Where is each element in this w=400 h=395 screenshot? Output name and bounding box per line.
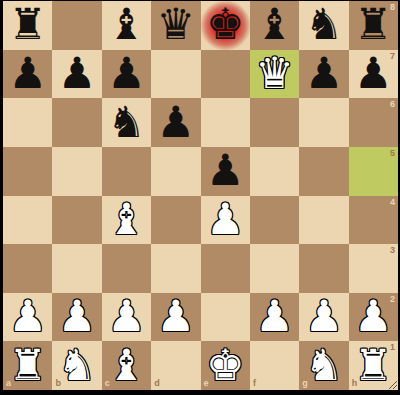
square-b1[interactable]: ♞b xyxy=(52,341,101,390)
piece-black-bishop[interactable]: ♝ xyxy=(107,1,146,48)
piece-white-bishop[interactable]: ♝ xyxy=(107,196,146,243)
square-a1[interactable]: ♜a xyxy=(3,341,52,390)
square-a8[interactable]: ♜ xyxy=(3,1,52,50)
piece-white-queen[interactable]: ♛ xyxy=(255,50,294,97)
rank-label-7: 7 xyxy=(390,52,395,61)
square-h6[interactable]: 6 xyxy=(349,98,398,147)
file-label-d: d xyxy=(154,379,160,388)
square-c2[interactable]: ♟ xyxy=(102,293,151,342)
piece-white-knight[interactable]: ♞ xyxy=(305,341,344,388)
square-d8[interactable]: ♛ xyxy=(151,1,200,50)
square-f1[interactable]: f xyxy=(250,341,299,390)
square-b4[interactable] xyxy=(52,196,101,245)
square-b3[interactable] xyxy=(52,244,101,293)
square-h1[interactable]: ♜1h xyxy=(349,341,398,390)
square-c6[interactable]: ♞ xyxy=(102,98,151,147)
square-a3[interactable] xyxy=(3,244,52,293)
square-d7[interactable] xyxy=(151,50,200,99)
file-label-c: c xyxy=(105,379,110,388)
square-b6[interactable] xyxy=(52,98,101,147)
square-c1[interactable]: ♝c xyxy=(102,341,151,390)
square-a2[interactable]: ♟ xyxy=(3,293,52,342)
piece-white-bishop[interactable]: ♝ xyxy=(107,341,146,388)
square-g8[interactable]: ♞ xyxy=(299,1,348,50)
square-b2[interactable]: ♟ xyxy=(52,293,101,342)
square-g7[interactable]: ♟ xyxy=(299,50,348,99)
square-e4[interactable]: ♟ xyxy=(201,196,250,245)
piece-black-queen[interactable]: ♛ xyxy=(157,1,196,48)
square-d3[interactable] xyxy=(151,244,200,293)
square-c3[interactable] xyxy=(102,244,151,293)
square-g6[interactable] xyxy=(299,98,348,147)
piece-black-pawn[interactable]: ♟ xyxy=(354,50,393,97)
piece-white-pawn[interactable]: ♟ xyxy=(157,293,196,340)
square-a4[interactable] xyxy=(3,196,52,245)
square-b5[interactable] xyxy=(52,147,101,196)
piece-white-pawn[interactable]: ♟ xyxy=(255,293,294,340)
square-f4[interactable] xyxy=(250,196,299,245)
square-c8[interactable]: ♝ xyxy=(102,1,151,50)
square-h2[interactable]: ♟2 xyxy=(349,293,398,342)
square-g1[interactable]: ♞g xyxy=(299,341,348,390)
rank-label-2: 2 xyxy=(390,295,395,304)
square-h8[interactable]: ♜8 xyxy=(349,1,398,50)
file-label-h: h xyxy=(352,379,358,388)
square-h3[interactable]: 3 xyxy=(349,244,398,293)
square-g3[interactable] xyxy=(299,244,348,293)
square-f7[interactable]: ♛ xyxy=(250,50,299,99)
square-d6[interactable]: ♟ xyxy=(151,98,200,147)
square-c4[interactable]: ♝ xyxy=(102,196,151,245)
piece-white-rook[interactable]: ♜ xyxy=(8,341,47,388)
piece-black-pawn[interactable]: ♟ xyxy=(305,50,344,97)
piece-black-pawn[interactable]: ♟ xyxy=(157,98,196,145)
piece-black-pawn[interactable]: ♟ xyxy=(107,50,146,97)
square-a5[interactable] xyxy=(3,147,52,196)
square-e8[interactable]: ♚ xyxy=(201,1,250,50)
square-e5[interactable]: ♟ xyxy=(201,147,250,196)
square-e6[interactable] xyxy=(201,98,250,147)
piece-black-rook[interactable]: ♜ xyxy=(8,1,47,48)
rank-label-4: 4 xyxy=(390,198,395,207)
piece-white-knight[interactable]: ♞ xyxy=(58,341,97,388)
piece-white-pawn[interactable]: ♟ xyxy=(8,293,47,340)
square-f5[interactable] xyxy=(250,147,299,196)
rank-label-8: 8 xyxy=(390,3,395,12)
square-d5[interactable] xyxy=(151,147,200,196)
square-c5[interactable] xyxy=(102,147,151,196)
piece-white-pawn[interactable]: ♟ xyxy=(58,293,97,340)
square-f8[interactable]: ♝ xyxy=(250,1,299,50)
rank-label-1: 1 xyxy=(390,343,395,352)
rank-label-5: 5 xyxy=(390,149,395,158)
square-f6[interactable] xyxy=(250,98,299,147)
piece-white-king[interactable]: ♚ xyxy=(206,341,245,388)
piece-black-pawn[interactable]: ♟ xyxy=(58,50,97,97)
square-g4[interactable] xyxy=(299,196,348,245)
square-f3[interactable] xyxy=(250,244,299,293)
square-e2[interactable] xyxy=(201,293,250,342)
square-d1[interactable]: d xyxy=(151,341,200,390)
piece-black-knight[interactable]: ♞ xyxy=(305,1,344,48)
piece-black-bishop[interactable]: ♝ xyxy=(255,1,294,48)
board-frame: ♜♝♛♚♝♞♜8♟♟♟♛♟♟7♞♟6♟5♝♟43♟♟♟♟♟♟♟2♜a♞b♝cd♚… xyxy=(0,0,400,395)
square-h4[interactable]: 4 xyxy=(349,196,398,245)
piece-black-pawn[interactable]: ♟ xyxy=(8,50,47,97)
square-e1[interactable]: ♚e xyxy=(201,341,250,390)
square-h7[interactable]: ♟7 xyxy=(349,50,398,99)
piece-white-pawn[interactable]: ♟ xyxy=(305,293,344,340)
square-d2[interactable]: ♟ xyxy=(151,293,200,342)
square-b7[interactable]: ♟ xyxy=(52,50,101,99)
file-label-a: a xyxy=(6,379,11,388)
square-b8[interactable] xyxy=(52,1,101,50)
piece-black-pawn[interactable]: ♟ xyxy=(206,147,245,194)
square-f2[interactable]: ♟ xyxy=(250,293,299,342)
square-h5[interactable]: 5 xyxy=(349,147,398,196)
rank-label-3: 3 xyxy=(390,246,395,255)
piece-white-pawn[interactable]: ♟ xyxy=(107,293,146,340)
square-a6[interactable] xyxy=(3,98,52,147)
square-e7[interactable] xyxy=(201,50,250,99)
square-d4[interactable] xyxy=(151,196,200,245)
piece-black-rook[interactable]: ♜ xyxy=(354,1,393,48)
piece-white-pawn[interactable]: ♟ xyxy=(206,196,245,243)
piece-white-rook[interactable]: ♜ xyxy=(354,341,393,388)
square-a7[interactable]: ♟ xyxy=(3,50,52,99)
chess-board: ♜♝♛♚♝♞♜8♟♟♟♛♟♟7♞♟6♟5♝♟43♟♟♟♟♟♟♟2♜a♞b♝cd♚… xyxy=(3,1,398,390)
square-g2[interactable]: ♟ xyxy=(299,293,348,342)
piece-black-knight[interactable]: ♞ xyxy=(107,98,146,145)
file-label-e: e xyxy=(204,379,209,388)
file-label-b: b xyxy=(55,379,61,388)
square-e3[interactable] xyxy=(201,244,250,293)
rank-label-6: 6 xyxy=(390,100,395,109)
piece-white-pawn[interactable]: ♟ xyxy=(354,293,393,340)
square-g5[interactable] xyxy=(299,147,348,196)
piece-black-king[interactable]: ♚ xyxy=(206,1,245,48)
square-c7[interactable]: ♟ xyxy=(102,50,151,99)
file-label-g: g xyxy=(302,379,308,388)
file-label-f: f xyxy=(253,379,256,388)
